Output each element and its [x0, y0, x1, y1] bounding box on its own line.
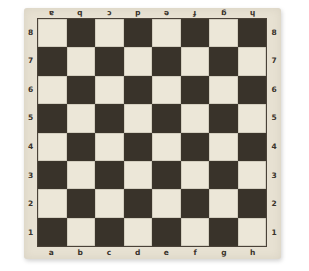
file-label-top-d: d — [135, 9, 140, 17]
rank-label-left-1: 1 — [28, 229, 33, 237]
square-e4[interactable] — [152, 133, 181, 161]
file-label-bottom-g: g — [221, 249, 226, 257]
rank-label-left-4: 4 — [28, 143, 33, 151]
square-h2[interactable] — [238, 189, 267, 217]
square-b4[interactable] — [67, 133, 96, 161]
rank-label-left-7: 7 — [28, 57, 33, 65]
square-g6[interactable] — [209, 76, 238, 104]
square-d5[interactable] — [124, 104, 153, 132]
square-e8[interactable] — [152, 19, 181, 47]
square-d4[interactable] — [124, 133, 153, 161]
square-e6[interactable] — [152, 76, 181, 104]
square-h4[interactable] — [238, 133, 267, 161]
square-f5[interactable] — [181, 104, 210, 132]
square-b3[interactable] — [67, 161, 96, 189]
rank-label-left-5: 5 — [28, 114, 33, 122]
square-f6[interactable] — [181, 76, 210, 104]
file-label-bottom-h: h — [250, 249, 255, 257]
square-f3[interactable] — [181, 161, 210, 189]
file-label-top-a: a — [49, 9, 54, 17]
square-b5[interactable] — [67, 104, 96, 132]
square-d6[interactable] — [124, 76, 153, 104]
file-label-bottom-a: a — [49, 249, 54, 257]
square-h7[interactable] — [238, 47, 267, 75]
square-e2[interactable] — [152, 189, 181, 217]
square-e3[interactable] — [152, 161, 181, 189]
file-label-bottom-d: d — [135, 249, 140, 257]
square-f4[interactable] — [181, 133, 210, 161]
square-g5[interactable] — [209, 104, 238, 132]
file-label-bottom-c: c — [107, 249, 111, 257]
square-f7[interactable] — [181, 47, 210, 75]
square-c4[interactable] — [95, 133, 124, 161]
square-b6[interactable] — [67, 76, 96, 104]
square-b1[interactable] — [67, 218, 96, 246]
square-e5[interactable] — [152, 104, 181, 132]
square-c8[interactable] — [95, 19, 124, 47]
square-e7[interactable] — [152, 47, 181, 75]
square-a6[interactable] — [38, 76, 67, 104]
square-g2[interactable] — [209, 189, 238, 217]
file-label-top-f: f — [193, 9, 196, 17]
file-labels-bottom: abcdefgh — [37, 247, 267, 259]
rank-label-left-3: 3 — [28, 172, 33, 180]
square-c6[interactable] — [95, 76, 124, 104]
rank-label-right-2: 2 — [271, 200, 276, 208]
square-a3[interactable] — [38, 161, 67, 189]
rank-labels-right: 87654321 — [267, 18, 281, 247]
square-c5[interactable] — [95, 104, 124, 132]
square-f1[interactable] — [181, 218, 210, 246]
file-label-top-h: h — [250, 9, 255, 17]
square-c2[interactable] — [95, 189, 124, 217]
square-h6[interactable] — [238, 76, 267, 104]
square-b8[interactable] — [67, 19, 96, 47]
file-label-bottom-f: f — [193, 249, 196, 257]
rank-labels-left: 87654321 — [24, 18, 37, 247]
board-frame: abcdefgh 87654321 87654321 abcdefgh — [24, 8, 281, 259]
file-label-bottom-e: e — [164, 249, 169, 257]
square-d7[interactable] — [124, 47, 153, 75]
square-e1[interactable] — [152, 218, 181, 246]
square-b2[interactable] — [67, 189, 96, 217]
square-h3[interactable] — [238, 161, 267, 189]
square-g3[interactable] — [209, 161, 238, 189]
file-label-top-c: c — [107, 9, 111, 17]
rank-label-right-6: 6 — [271, 86, 276, 94]
rank-label-left-2: 2 — [28, 200, 33, 208]
square-c1[interactable] — [95, 218, 124, 246]
square-g8[interactable] — [209, 19, 238, 47]
square-g4[interactable] — [209, 133, 238, 161]
photo-background: abcdefgh 87654321 87654321 abcdefgh — [0, 0, 309, 271]
square-c3[interactable] — [95, 161, 124, 189]
square-d3[interactable] — [124, 161, 153, 189]
square-a8[interactable] — [38, 19, 67, 47]
file-label-top-g: g — [221, 9, 226, 17]
square-f8[interactable] — [181, 19, 210, 47]
square-h5[interactable] — [238, 104, 267, 132]
rank-label-left-6: 6 — [28, 86, 33, 94]
square-a1[interactable] — [38, 218, 67, 246]
vinyl-chessboard-mat: abcdefgh 87654321 87654321 abcdefgh — [24, 8, 281, 259]
chessboard — [37, 18, 267, 247]
square-d2[interactable] — [124, 189, 153, 217]
rank-label-right-7: 7 — [271, 57, 276, 65]
square-h8[interactable] — [238, 19, 267, 47]
square-a2[interactable] — [38, 189, 67, 217]
square-g7[interactable] — [209, 47, 238, 75]
rank-label-right-4: 4 — [271, 143, 276, 151]
rank-label-right-8: 8 — [271, 29, 276, 37]
rank-label-right-5: 5 — [271, 114, 276, 122]
square-b7[interactable] — [67, 47, 96, 75]
square-g1[interactable] — [209, 218, 238, 246]
square-d8[interactable] — [124, 19, 153, 47]
square-d1[interactable] — [124, 218, 153, 246]
square-f2[interactable] — [181, 189, 210, 217]
file-label-top-b: b — [77, 9, 82, 17]
rank-label-right-3: 3 — [271, 172, 276, 180]
file-labels-top: abcdefgh — [37, 8, 267, 18]
file-label-bottom-b: b — [77, 249, 82, 257]
square-c7[interactable] — [95, 47, 124, 75]
square-a5[interactable] — [38, 104, 67, 132]
square-a7[interactable] — [38, 47, 67, 75]
square-h1[interactable] — [238, 218, 267, 246]
rank-label-left-8: 8 — [28, 29, 33, 37]
rank-label-right-1: 1 — [271, 229, 276, 237]
file-label-top-e: e — [164, 9, 169, 17]
square-a4[interactable] — [38, 133, 67, 161]
